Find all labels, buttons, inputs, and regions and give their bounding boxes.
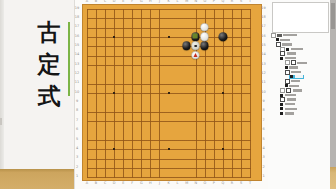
- coordinate-label: 19: [74, 7, 80, 11]
- tree-node-content: [280, 51, 296, 56]
- tree-node-content: [277, 34, 297, 37]
- tree-node[interactable]: [270, 111, 328, 116]
- coordinate-label: T: [247, 0, 253, 4]
- tree-node-label: [293, 89, 302, 91]
- title-char-1: 古: [34, 20, 64, 44]
- title-char-3: 式: [34, 84, 64, 108]
- black-move-icon: [285, 84, 288, 87]
- coordinate-label: 8: [261, 109, 267, 113]
- coordinate-label: 16: [261, 35, 267, 39]
- black-move-icon: [285, 66, 288, 69]
- coordinate-label: 12: [74, 72, 80, 76]
- coordinate-label: 16: [74, 35, 80, 39]
- coordinate-label: D: [111, 182, 117, 186]
- comment-box[interactable]: [272, 2, 329, 33]
- tree-node-content: [285, 66, 299, 69]
- coordinate-label: G: [138, 0, 144, 4]
- coordinate-label: 5: [261, 138, 267, 142]
- coordinate-label: 19: [261, 7, 267, 11]
- coordinate-label: 2: [261, 166, 267, 170]
- scrollbar-thumb[interactable]: [331, 3, 335, 29]
- coordinate-label: Q: [220, 0, 226, 4]
- tree-node-content: [286, 88, 302, 93]
- coordinate-label: 13: [74, 63, 80, 67]
- white-move-icon: [286, 88, 291, 93]
- coordinate-label: T: [247, 182, 253, 186]
- black-stone[interactable]: [191, 32, 200, 41]
- coordinate-label: O: [202, 182, 208, 186]
- coordinate-label: B: [93, 182, 99, 186]
- tree-node-label: [291, 80, 300, 82]
- title-panel: 古 定 式: [4, 0, 75, 169]
- coordinate-label: D: [111, 0, 117, 4]
- coordinate-label: P: [211, 182, 217, 186]
- coordinate-label: 17: [74, 25, 80, 29]
- coordinate-label: 4: [74, 147, 80, 151]
- coordinate-label: 15: [74, 44, 80, 48]
- coordinate-label: L: [175, 0, 181, 4]
- coordinate-label: 1: [74, 175, 80, 179]
- coordinate-label: 4: [261, 147, 267, 151]
- tree-node-label: [285, 103, 295, 105]
- tree-node-label: [289, 85, 299, 87]
- coordinate-label: E: [120, 182, 126, 186]
- vertical-title: 古 定 式: [34, 20, 64, 108]
- game-tree[interactable]: [270, 33, 328, 116]
- tree-node-label: [291, 71, 301, 73]
- coordinate-label: 10: [74, 91, 80, 95]
- tree-node-content: [276, 38, 291, 41]
- white-move-icon: [280, 97, 285, 102]
- tree-node-label: [295, 75, 303, 77]
- white-stone[interactable]: [200, 32, 209, 41]
- coordinate-label: F: [129, 0, 135, 4]
- video-frame: 古 定 式 AABBCCDDEEFFGGHHJJKKLLMMNNOOPPQQRR…: [0, 0, 336, 189]
- coordinate-label: 11: [261, 81, 267, 85]
- coordinate-label: C: [102, 0, 108, 4]
- coordinate-label: A: [84, 0, 90, 4]
- coordinate-label: 15: [261, 44, 267, 48]
- black-move-icon: [280, 107, 283, 110]
- coordinate-label: 14: [261, 53, 267, 57]
- black-move-icon: [286, 48, 289, 51]
- coordinate-label: M: [184, 182, 190, 186]
- tri-marker-icon: [194, 53, 198, 57]
- coordinate-label: S: [238, 182, 244, 186]
- sidebar: [268, 0, 330, 189]
- tree-node-label: [297, 62, 307, 64]
- coordinate-label: K: [166, 182, 172, 186]
- tree-node-label: [285, 112, 294, 114]
- title-char-2: 定: [34, 52, 64, 76]
- go-board[interactable]: [82, 4, 262, 181]
- tree-node-content: [280, 107, 297, 110]
- coordinate-label: A: [84, 182, 90, 186]
- tree-node-content: [286, 48, 303, 51]
- coordinate-label: R: [229, 0, 235, 4]
- black-move-icon: [276, 38, 279, 41]
- coordinate-label: E: [120, 0, 126, 4]
- coordinate-label: 14: [74, 53, 80, 57]
- tree-node-label: [285, 57, 296, 59]
- expand-icon[interactable]: [271, 33, 276, 38]
- coordinate-label: 7: [261, 119, 267, 123]
- coordinate-label: 1: [261, 175, 267, 179]
- coordinate-label: N: [193, 182, 199, 186]
- tree-node-content: [285, 84, 300, 87]
- coordinate-label: 3: [74, 156, 80, 160]
- coordinate-label: M: [184, 0, 190, 4]
- coordinate-label: H: [147, 182, 153, 186]
- coordinate-label: 18: [74, 16, 80, 20]
- coordinate-label: 9: [261, 100, 267, 104]
- black-stone[interactable]: [182, 42, 191, 51]
- black-stone[interactable]: [218, 32, 227, 41]
- tree-node-label: [287, 98, 296, 100]
- coordinate-label: B: [93, 0, 99, 4]
- coordinate-label: 9: [74, 100, 80, 104]
- black-move-icon: [280, 94, 283, 97]
- coordinate-label: 10: [261, 91, 267, 95]
- coordinate-label: 7: [74, 119, 80, 123]
- coordinate-label: 8: [74, 109, 80, 113]
- game-record-icon: [277, 34, 282, 37]
- white-move-icon: [280, 51, 285, 56]
- coordinate-label: 5: [74, 138, 80, 142]
- tree-node-content: [280, 103, 295, 106]
- title-accent-line: [68, 22, 70, 96]
- tree-node-content: [280, 94, 296, 97]
- coordinate-label: F: [129, 182, 135, 186]
- tree-node-label: [289, 66, 298, 68]
- go-app-window: AABBCCDDEEFFGGHHJJKKLLMMNNOOPPQQRRSSTT19…: [75, 0, 268, 189]
- black-move-icon: [280, 103, 283, 106]
- green-marker-icon: [193, 34, 198, 39]
- coordinate-label: P: [211, 0, 217, 4]
- tree-node-label: [285, 108, 297, 110]
- tree-node-content: [280, 57, 296, 60]
- coordinate-label: 6: [261, 128, 267, 132]
- coordinate-label: J: [156, 182, 162, 186]
- coordinate-label: H: [147, 0, 153, 4]
- dot-marker-icon: [194, 45, 197, 48]
- stones-layer[interactable]: [82, 4, 254, 182]
- coordinate-label: C: [102, 182, 108, 186]
- sidebar-scrollbar[interactable]: [330, 0, 336, 167]
- coordinate-label: G: [138, 182, 144, 186]
- tree-node-content: [285, 79, 301, 84]
- coordinate-label: N: [193, 0, 199, 4]
- frame-edge-mark: [0, 118, 2, 125]
- coordinate-label: S: [238, 0, 244, 4]
- white-move-icon: [291, 60, 296, 65]
- coordinate-label: 18: [261, 16, 267, 20]
- tree-node-label: [287, 52, 296, 54]
- expand-icon[interactable]: [285, 60, 290, 65]
- coordinate-label: 13: [261, 63, 267, 67]
- white-stone[interactable]: [191, 51, 200, 60]
- tree-node-label: [285, 94, 296, 96]
- coordinate-label: 3: [261, 156, 267, 160]
- tree-node-content: [280, 112, 294, 115]
- black-move-icon: [280, 112, 283, 115]
- coordinate-label: O: [202, 0, 208, 4]
- coordinate-label: 2: [74, 166, 80, 170]
- tree-node-label: [280, 39, 290, 41]
- expand-icon[interactable]: [280, 88, 285, 93]
- coordinate-label: 6: [74, 128, 80, 132]
- coordinate-label: L: [175, 182, 181, 186]
- tree-node-label: [282, 43, 292, 45]
- coordinate-label: 17: [261, 25, 267, 29]
- white-move-icon: [285, 79, 290, 84]
- black-stone[interactable]: [200, 42, 209, 51]
- tree-node-label: [283, 34, 297, 36]
- coordinate-label: K: [166, 0, 172, 4]
- black-move-icon: [290, 75, 293, 78]
- tree-node-label: [291, 48, 303, 50]
- black-move-icon: [280, 57, 283, 60]
- white-stone[interactable]: [191, 42, 200, 51]
- coordinate-label: J: [156, 0, 162, 4]
- coordinate-label: 11: [74, 81, 80, 85]
- coordinate-label: Q: [220, 182, 226, 186]
- coordinate-label: 12: [261, 72, 267, 76]
- coordinate-label: R: [229, 182, 235, 186]
- white-stone[interactable]: [200, 23, 209, 32]
- tree-node-content: [280, 97, 296, 102]
- tree-node-content: [291, 60, 308, 65]
- desk-surface-left: [0, 169, 74, 189]
